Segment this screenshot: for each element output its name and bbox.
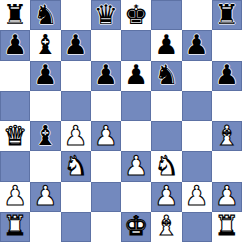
piece-white-queen[interactable]: ♛ — [3, 122, 27, 149]
square-b2[interactable]: ♟ — [30, 182, 60, 212]
square-f8[interactable] — [151, 0, 181, 30]
square-d4[interactable]: ♟ — [91, 121, 121, 151]
square-c1[interactable] — [61, 212, 91, 242]
piece-white-knight[interactable]: ♞ — [64, 152, 88, 179]
piece-black-queen[interactable]: ♛ — [94, 1, 118, 28]
square-g1[interactable] — [182, 212, 212, 242]
square-e8[interactable]: ♚ — [121, 0, 151, 30]
square-a3[interactable] — [0, 151, 30, 181]
square-b4[interactable]: ♝ — [30, 121, 60, 151]
piece-white-rook[interactable]: ♜ — [215, 212, 239, 239]
square-e4[interactable] — [121, 121, 151, 151]
piece-white-pawn[interactable]: ♟ — [94, 122, 118, 149]
square-b3[interactable] — [30, 151, 60, 181]
square-a2[interactable]: ♟ — [0, 182, 30, 212]
piece-black-pawn[interactable]: ♟ — [124, 61, 148, 88]
square-a8[interactable]: ♜ — [0, 0, 30, 30]
square-e5[interactable] — [121, 91, 151, 121]
piece-white-pawn[interactable]: ♟ — [64, 122, 88, 149]
piece-white-pawn[interactable]: ♟ — [33, 182, 57, 209]
piece-black-knight[interactable]: ♞ — [33, 1, 57, 28]
square-a4[interactable]: ♛ — [0, 121, 30, 151]
piece-black-pawn[interactable]: ♟ — [154, 31, 178, 58]
square-d1[interactable] — [91, 212, 121, 242]
piece-black-pawn[interactable]: ♟ — [215, 61, 239, 88]
square-c5[interactable] — [61, 91, 91, 121]
piece-black-pawn[interactable]: ♟ — [94, 61, 118, 88]
square-e2[interactable] — [121, 182, 151, 212]
piece-white-bishop[interactable]: ♝ — [154, 212, 178, 239]
square-e3[interactable]: ♟ — [121, 151, 151, 181]
square-d3[interactable] — [91, 151, 121, 181]
square-c6[interactable] — [61, 61, 91, 91]
square-d8[interactable]: ♛ — [91, 0, 121, 30]
square-b1[interactable] — [30, 212, 60, 242]
square-f3[interactable]: ♞ — [151, 151, 181, 181]
square-g6[interactable] — [182, 61, 212, 91]
square-f7[interactable]: ♟ — [151, 30, 181, 60]
square-h6[interactable]: ♟ — [212, 61, 242, 91]
chess-board: ♜♞♛♚♜♟♝♟♟♟♟♟♟♞♟♛♝♟♟♝♞♟♞♟♟♟♟♟♜♚♝♜ — [0, 0, 242, 242]
square-h5[interactable] — [212, 91, 242, 121]
piece-black-king[interactable]: ♚ — [124, 1, 148, 28]
piece-white-pawn[interactable]: ♟ — [3, 182, 27, 209]
square-a6[interactable] — [0, 61, 30, 91]
square-d7[interactable] — [91, 30, 121, 60]
square-h1[interactable]: ♜ — [212, 212, 242, 242]
square-c3[interactable]: ♞ — [61, 151, 91, 181]
square-h7[interactable] — [212, 30, 242, 60]
square-f6[interactable]: ♞ — [151, 61, 181, 91]
piece-black-bishop[interactable]: ♝ — [33, 122, 57, 149]
piece-black-pawn[interactable]: ♟ — [33, 61, 57, 88]
square-g5[interactable] — [182, 91, 212, 121]
square-b7[interactable]: ♝ — [30, 30, 60, 60]
piece-white-pawn[interactable]: ♟ — [124, 152, 148, 179]
square-h8[interactable]: ♜ — [212, 0, 242, 30]
square-f4[interactable] — [151, 121, 181, 151]
piece-white-king[interactable]: ♚ — [124, 212, 148, 239]
square-h4[interactable]: ♝ — [212, 121, 242, 151]
piece-black-pawn[interactable]: ♟ — [3, 31, 27, 58]
square-g8[interactable] — [182, 0, 212, 30]
piece-black-bishop[interactable]: ♝ — [33, 31, 57, 58]
square-c4[interactable]: ♟ — [61, 121, 91, 151]
square-d5[interactable] — [91, 91, 121, 121]
square-a5[interactable] — [0, 91, 30, 121]
square-f1[interactable]: ♝ — [151, 212, 181, 242]
square-f2[interactable]: ♟ — [151, 182, 181, 212]
piece-white-rook[interactable]: ♜ — [3, 212, 27, 239]
square-c7[interactable]: ♟ — [61, 30, 91, 60]
square-g7[interactable]: ♟ — [182, 30, 212, 60]
piece-white-pawn[interactable]: ♟ — [215, 182, 239, 209]
square-g2[interactable]: ♟ — [182, 182, 212, 212]
square-f5[interactable] — [151, 91, 181, 121]
piece-black-knight[interactable]: ♞ — [154, 61, 178, 88]
square-b5[interactable] — [30, 91, 60, 121]
square-c2[interactable] — [61, 182, 91, 212]
square-d6[interactable]: ♟ — [91, 61, 121, 91]
piece-white-knight[interactable]: ♞ — [154, 152, 178, 179]
square-d2[interactable] — [91, 182, 121, 212]
piece-white-bishop[interactable]: ♝ — [215, 122, 239, 149]
square-h3[interactable] — [212, 151, 242, 181]
square-b8[interactable]: ♞ — [30, 0, 60, 30]
piece-black-rook[interactable]: ♜ — [3, 1, 27, 28]
square-g4[interactable] — [182, 121, 212, 151]
piece-black-pawn[interactable]: ♟ — [64, 31, 88, 58]
square-b6[interactable]: ♟ — [30, 61, 60, 91]
piece-white-pawn[interactable]: ♟ — [185, 182, 209, 209]
square-e6[interactable]: ♟ — [121, 61, 151, 91]
piece-black-pawn[interactable]: ♟ — [185, 31, 209, 58]
piece-white-pawn[interactable]: ♟ — [154, 182, 178, 209]
square-a1[interactable]: ♜ — [0, 212, 30, 242]
square-e7[interactable] — [121, 30, 151, 60]
square-g3[interactable] — [182, 151, 212, 181]
square-c8[interactable] — [61, 0, 91, 30]
square-h2[interactable]: ♟ — [212, 182, 242, 212]
square-e1[interactable]: ♚ — [121, 212, 151, 242]
piece-black-rook[interactable]: ♜ — [215, 1, 239, 28]
square-a7[interactable]: ♟ — [0, 30, 30, 60]
